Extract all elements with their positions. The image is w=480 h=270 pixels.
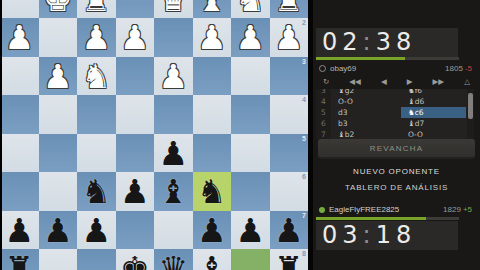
black-pawn[interactable]: ♟	[193, 211, 232, 250]
top-time-bar-fill	[316, 57, 405, 60]
top-player-clock: 02:38	[316, 28, 458, 57]
square-a8[interactable]: ♜8	[270, 249, 309, 270]
clock-colon: :	[363, 28, 371, 56]
last-move-icon[interactable]: ▶▶	[433, 74, 445, 89]
clock-seconds: 38	[376, 28, 417, 56]
prev-move-icon[interactable]: ◀	[381, 74, 387, 89]
move-row: 6b3♝d7	[316, 118, 474, 129]
clock-seconds: 18	[376, 221, 417, 249]
square-a6[interactable]: 6	[270, 172, 309, 211]
rematch-button[interactable]: REVANCHA	[318, 139, 475, 159]
rank-coordinate-label: 7	[302, 212, 306, 219]
black-pawn[interactable]: ♟	[39, 211, 78, 250]
bottom-player-row: EagleFlyFREE2825 1829+5	[313, 203, 480, 216]
square-h8[interactable]: ♜	[0, 249, 39, 270]
square-e7[interactable]	[116, 211, 155, 250]
black-bishop[interactable]: ♝	[193, 249, 232, 270]
square-d4[interactable]	[154, 95, 193, 134]
white-move[interactable]: O-O	[331, 96, 401, 107]
white-queen[interactable]: ♛	[154, 0, 193, 18]
square-g3[interactable]: ♟	[39, 57, 78, 96]
square-h2[interactable]: ♟	[0, 18, 39, 57]
black-pawn[interactable]: ♟	[231, 211, 270, 250]
move-list: 3♝g2♞f64O-O♝d65d3♞c66b3♝d77♝b2O-O	[316, 85, 474, 139]
square-d8[interactable]: ♛	[154, 249, 193, 270]
black-pawn[interactable]: ♟	[154, 134, 193, 173]
video-left-edge	[0, 0, 2, 270]
square-g1[interactable]: ♚	[39, 0, 78, 18]
rank-coordinate-label: 5	[302, 135, 306, 142]
square-b3[interactable]	[231, 57, 270, 96]
square-h7[interactable]: ♟	[0, 211, 39, 250]
square-e3[interactable]	[116, 57, 155, 96]
square-h4[interactable]	[0, 95, 39, 134]
square-a4[interactable]: 4	[270, 95, 309, 134]
square-h5[interactable]	[0, 134, 39, 173]
black-knight[interactable]: ♞	[77, 172, 116, 211]
white-move[interactable]: b3	[331, 118, 401, 129]
move-row: 5d3♞c6	[316, 107, 474, 118]
square-a7[interactable]: ♟7	[270, 211, 309, 250]
square-c3[interactable]	[193, 57, 232, 96]
white-pawn[interactable]: ♟	[231, 18, 270, 57]
white-king[interactable]: ♚	[39, 0, 78, 18]
white-knight[interactable]: ♞	[77, 57, 116, 96]
square-g5[interactable]	[39, 134, 78, 173]
square-f1[interactable]: ♜	[77, 0, 116, 18]
bottom-time-bar	[316, 217, 459, 220]
square-d5[interactable]: ♟	[154, 134, 193, 173]
game-sidebar: 02:38 obay69 1805-5 ↻◀◀◀▶▶▶△ 3♝g2♞f64O-O…	[313, 0, 480, 270]
white-knight[interactable]: ♞	[231, 0, 270, 18]
white-pawn[interactable]: ♟	[116, 18, 155, 57]
white-pawn[interactable]: ♟	[39, 57, 78, 96]
flip-board-icon[interactable]: ↻	[323, 74, 329, 89]
bottom-player-clock: 03:18	[316, 221, 458, 250]
next-move-icon[interactable]: ▶	[407, 74, 413, 89]
black-move[interactable]: ♞c6	[401, 107, 466, 118]
square-c1[interactable]: ♝	[193, 0, 232, 18]
white-pawn[interactable]: ♟	[0, 18, 39, 57]
offline-status-icon	[319, 65, 326, 72]
square-a3[interactable]: 3	[270, 57, 309, 96]
rank-coordinate-label: 6	[302, 173, 306, 180]
square-a1[interactable]: ♜	[270, 0, 309, 18]
square-d1[interactable]: ♛	[154, 0, 193, 18]
lichess-game-screen: ♚♜♛♝♞♜♟♟♟♟♟♟2♟♞♟34♟5♞♟♝♞6♟♟♟♟♟♟7♜♚♛♝♜8 0…	[0, 0, 480, 270]
square-g7[interactable]: ♟	[39, 211, 78, 250]
online-status-icon	[319, 207, 325, 213]
bottom-player-rating-change: +5	[463, 205, 472, 214]
square-e8[interactable]: ♚	[116, 249, 155, 270]
move-row: 7♝b2O-O	[316, 129, 474, 139]
square-g4[interactable]	[39, 95, 78, 134]
square-b5[interactable]	[231, 134, 270, 173]
square-d6[interactable]: ♝	[154, 172, 193, 211]
square-f8[interactable]	[77, 249, 116, 270]
move-row: 4O-O♝d6	[316, 96, 474, 107]
top-time-bar	[316, 57, 459, 60]
white-move[interactable]: d3	[331, 107, 401, 118]
square-d2[interactable]	[154, 18, 193, 57]
square-b4[interactable]	[231, 95, 270, 134]
square-b8[interactable]	[231, 249, 270, 270]
top-player-rating: 1805	[445, 64, 463, 73]
clock-minutes: 03	[322, 221, 363, 249]
black-queen[interactable]: ♛	[154, 249, 193, 270]
black-move[interactable]: ♝d6	[401, 96, 466, 107]
white-pawn[interactable]: ♟	[193, 18, 232, 57]
white-bishop[interactable]: ♝	[193, 0, 232, 18]
white-pawn[interactable]: ♟	[77, 18, 116, 57]
bottom-time-bar-fill	[316, 217, 426, 220]
square-a5[interactable]: 5	[270, 134, 309, 173]
top-player-rating-change: -5	[465, 64, 472, 73]
square-f5[interactable]	[77, 134, 116, 173]
move-number: 4	[316, 96, 331, 107]
bottom-player-rating: 1829	[443, 205, 461, 214]
square-b6[interactable]	[231, 172, 270, 211]
square-d7[interactable]	[154, 211, 193, 250]
black-move[interactable]: O-O	[401, 129, 466, 139]
square-c7[interactable]: ♟	[193, 211, 232, 250]
black-knight[interactable]: ♞	[193, 172, 232, 211]
rank-coordinate-label: 2	[302, 19, 306, 26]
black-king[interactable]: ♚	[116, 249, 155, 270]
rank-coordinate-label: 8	[302, 250, 306, 257]
square-g2[interactable]	[39, 18, 78, 57]
first-move-icon[interactable]: ◀◀	[349, 74, 361, 89]
square-c4[interactable]	[193, 95, 232, 134]
top-player-name[interactable]: obay69	[330, 64, 356, 73]
black-pawn[interactable]: ♟	[0, 211, 39, 250]
square-c6[interactable]: ♞	[193, 172, 232, 211]
square-f2[interactable]: ♟	[77, 18, 116, 57]
square-g8[interactable]	[39, 249, 78, 270]
chess-board: ♚♜♛♝♞♜♟♟♟♟♟♟2♟♞♟34♟5♞♟♝♞6♟♟♟♟♟♟7♜♚♛♝♜8	[0, 0, 308, 270]
square-b2[interactable]: ♟	[231, 18, 270, 57]
square-b1[interactable]: ♞	[231, 0, 270, 18]
square-f3[interactable]: ♞	[77, 57, 116, 96]
square-f6[interactable]: ♞	[77, 172, 116, 211]
white-rook[interactable]: ♜	[270, 0, 309, 18]
move-number: 7	[316, 129, 331, 139]
white-pawn[interactable]: ♟	[154, 57, 193, 96]
black-move[interactable]: ♝d7	[401, 118, 466, 129]
black-pawn[interactable]: ♟	[116, 172, 155, 211]
square-g6[interactable]	[39, 172, 78, 211]
clock-minutes: 02	[322, 28, 363, 56]
new-opponent-button[interactable]: NUEVO OPONENTE	[313, 165, 480, 178]
square-e4[interactable]	[116, 95, 155, 134]
white-move[interactable]: ♝b2	[331, 129, 401, 139]
square-e5[interactable]	[116, 134, 155, 173]
square-c2[interactable]: ♟	[193, 18, 232, 57]
black-rook[interactable]: ♜	[0, 249, 39, 270]
square-f7[interactable]: ♟	[77, 211, 116, 250]
rank-coordinate-label: 4	[302, 96, 306, 103]
square-h1[interactable]	[0, 0, 39, 18]
square-d3[interactable]: ♟	[154, 57, 193, 96]
move-rows: 3♝g2♞f64O-O♝d65d3♞c66b3♝d77♝b2O-O	[316, 85, 474, 139]
clock-colon: :	[363, 221, 371, 249]
black-pawn[interactable]: ♟	[77, 211, 116, 250]
move-number: 5	[316, 107, 331, 118]
square-e6[interactable]: ♟	[116, 172, 155, 211]
scrollbar-thumb[interactable]	[468, 93, 473, 119]
square-c8[interactable]: ♝	[193, 249, 232, 270]
move-list-scrollbar	[467, 85, 474, 139]
move-navigation-toolbar: ↻◀◀◀▶▶▶△	[313, 74, 480, 89]
analysis-board-button[interactable]: TABLERO DE ANÁLISIS	[313, 181, 480, 194]
black-bishop[interactable]: ♝	[154, 172, 193, 211]
square-c5[interactable]	[193, 134, 232, 173]
square-h6[interactable]	[0, 172, 39, 211]
rank-coordinate-label: 3	[302, 58, 306, 65]
square-b7[interactable]: ♟	[231, 211, 270, 250]
square-h3[interactable]	[0, 57, 39, 96]
square-f4[interactable]	[77, 95, 116, 134]
analysis-icon[interactable]: △	[464, 74, 470, 89]
square-e1[interactable]	[116, 0, 155, 18]
square-a2[interactable]: ♟2	[270, 18, 309, 57]
board-area: ♚♜♛♝♞♜♟♟♟♟♟♟2♟♞♟34♟5♞♟♝♞6♟♟♟♟♟♟7♜♚♛♝♜8	[0, 0, 308, 270]
bottom-player-name[interactable]: EagleFlyFREE2825	[329, 205, 399, 214]
white-rook[interactable]: ♜	[77, 0, 116, 18]
move-number: 6	[316, 118, 331, 129]
square-e2[interactable]: ♟	[116, 18, 155, 57]
